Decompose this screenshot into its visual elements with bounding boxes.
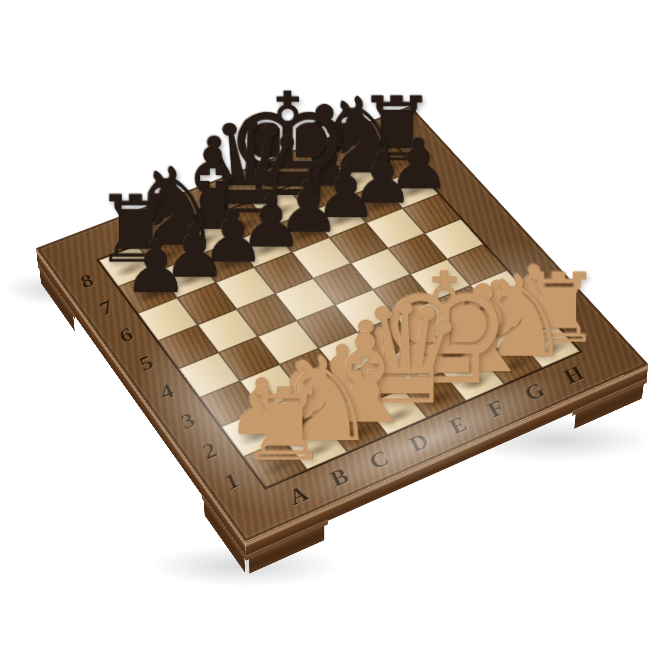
chess-board: ♜♞♝♛♚♝♞♜♟♟♟♟♟♟♟♟♟♟♟♟♟♟♟♟♜♞♝♛♚♝♞♜ 8765432… <box>36 106 648 542</box>
black-pawn[interactable]: ♟ <box>123 230 188 303</box>
chess-set-photo: ♜♞♝♛♚♝♞♜♟♟♟♟♟♟♟♟♟♟♟♟♟♟♟♟♜♞♝♛♚♝♞♜ 8765432… <box>0 0 670 670</box>
white-rook[interactable]: ♜ <box>239 375 329 475</box>
chess-board-3d: ♜♞♝♛♚♝♞♜♟♟♟♟♟♟♟♟♟♟♟♟♟♟♟♟♜♞♝♛♚♝♞♜ 8765432… <box>36 106 648 542</box>
